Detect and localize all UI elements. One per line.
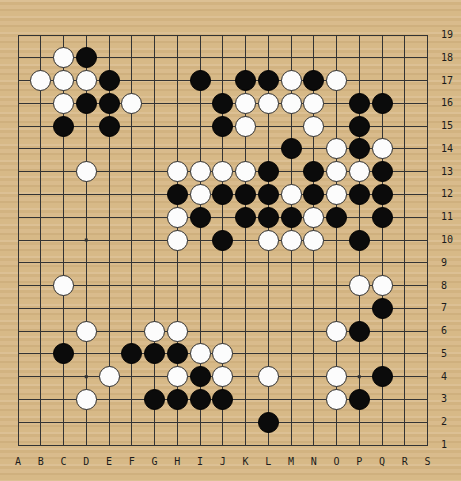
stone-black-M14 [281,138,302,159]
row-label-11: 11 [441,211,459,223]
stone-white-I12 [190,184,211,205]
column-label-H: H [167,456,187,468]
stone-black-P6 [349,321,370,342]
column-label-S: S [418,456,438,468]
row-label-16: 16 [441,97,459,109]
stone-black-K17 [235,70,256,91]
row-label-2: 2 [441,416,459,428]
stone-black-I17 [190,70,211,91]
star-point [358,375,361,378]
column-label-K: K [236,456,256,468]
stone-white-N10 [303,230,324,251]
stone-black-Q12 [372,184,393,205]
stone-white-M12 [281,184,302,205]
row-label-12: 12 [441,188,459,200]
stone-white-P13 [349,161,370,182]
stone-black-G3 [144,389,165,410]
stone-black-H3 [167,389,188,410]
row-label-13: 13 [441,166,459,178]
row-label-3: 3 [441,393,459,405]
stone-black-D18 [76,47,97,68]
column-label-D: D [76,456,96,468]
row-label-7: 7 [441,302,459,314]
stone-white-H13 [167,161,188,182]
column-label-O: O [327,456,347,468]
stone-black-I3 [190,389,211,410]
stone-white-Q14 [372,138,393,159]
stone-white-D6 [76,321,97,342]
column-label-Q: Q [372,456,392,468]
row-label-6: 6 [441,325,459,337]
stone-black-P14 [349,138,370,159]
stone-white-N15 [303,116,324,137]
stone-white-H4 [167,366,188,387]
stone-white-N16 [303,93,324,114]
stone-white-C16 [53,93,74,114]
stone-black-Q16 [372,93,393,114]
column-label-N: N [304,456,324,468]
stone-black-H12 [167,184,188,205]
row-label-4: 4 [441,371,459,383]
stone-white-H10 [167,230,188,251]
column-label-E: E [99,456,119,468]
column-label-P: P [349,456,369,468]
stone-white-O12 [326,184,347,205]
column-label-G: G [145,456,165,468]
stone-black-Q7 [372,298,393,319]
stone-black-P10 [349,230,370,251]
stone-black-C15 [53,116,74,137]
stone-white-O3 [326,389,347,410]
stone-black-E16 [99,93,120,114]
row-label-18: 18 [441,52,459,64]
stone-white-K16 [235,93,256,114]
stone-white-L4 [258,366,279,387]
stone-black-L12 [258,184,279,205]
column-label-C: C [54,456,74,468]
stone-black-K12 [235,184,256,205]
stone-black-L13 [258,161,279,182]
stone-black-L11 [258,207,279,228]
stone-white-K15 [235,116,256,137]
stone-white-L16 [258,93,279,114]
stone-white-H11 [167,207,188,228]
stone-white-I5 [190,343,211,364]
stone-white-O17 [326,70,347,91]
stone-white-D17 [76,70,97,91]
stone-white-N11 [303,207,324,228]
stone-black-J15 [212,116,233,137]
stone-white-F16 [121,93,142,114]
stone-white-C17 [53,70,74,91]
row-label-17: 17 [441,75,459,87]
stone-black-I11 [190,207,211,228]
stone-white-O6 [326,321,347,342]
column-label-F: F [122,456,142,468]
star-point [85,375,88,378]
stone-white-Q8 [372,275,393,296]
stone-white-M10 [281,230,302,251]
stone-white-C8 [53,275,74,296]
stone-black-P12 [349,184,370,205]
stone-white-G6 [144,321,165,342]
stone-black-Q11 [372,207,393,228]
column-label-M: M [281,456,301,468]
column-label-L: L [258,456,278,468]
row-label-8: 8 [441,280,459,292]
stone-white-D13 [76,161,97,182]
stone-black-O11 [326,207,347,228]
row-label-5: 5 [441,348,459,360]
stone-white-I13 [190,161,211,182]
column-label-A: A [8,456,28,468]
stone-black-P15 [349,116,370,137]
stone-white-D3 [76,389,97,410]
stone-black-E15 [99,116,120,137]
stone-black-I4 [190,366,211,387]
stone-black-J10 [212,230,233,251]
row-label-15: 15 [441,120,459,132]
column-label-B: B [31,456,51,468]
row-label-1: 1 [441,439,459,451]
stone-white-M17 [281,70,302,91]
row-label-9: 9 [441,257,459,269]
stone-white-E4 [99,366,120,387]
stone-white-L10 [258,230,279,251]
row-label-10: 10 [441,234,459,246]
stone-white-M16 [281,93,302,114]
stone-black-M11 [281,207,302,228]
stone-white-H6 [167,321,188,342]
column-label-J: J [213,456,233,468]
stone-black-L17 [258,70,279,91]
stone-black-Q4 [372,366,393,387]
stone-white-P8 [349,275,370,296]
column-label-I: I [190,456,210,468]
stone-black-E17 [99,70,120,91]
column-label-R: R [395,456,415,468]
stone-black-K11 [235,207,256,228]
stone-black-P16 [349,93,370,114]
stone-black-Q13 [372,161,393,182]
stone-black-L2 [258,412,279,433]
row-label-14: 14 [441,143,459,155]
star-point [85,239,88,242]
stone-black-D16 [76,93,97,114]
row-label-19: 19 [441,29,459,41]
stone-black-J16 [212,93,233,114]
stone-black-P3 [349,389,370,410]
go-board-widget: ABCDEFGHIJKLMNOPQRS191817161514131211109… [0,0,461,481]
